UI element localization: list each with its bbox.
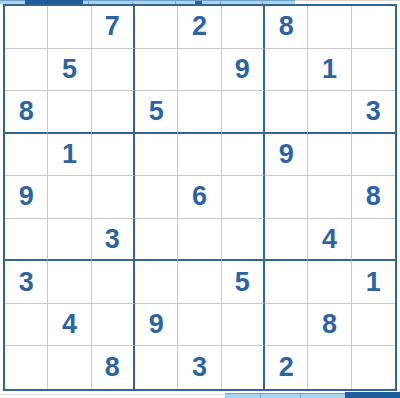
cell-r1c5[interactable]: 2 <box>178 6 221 49</box>
cell-r4c3[interactable] <box>92 134 135 177</box>
cell-r7c5[interactable] <box>178 261 221 304</box>
cell-r7c1[interactable]: 3 <box>5 261 48 304</box>
cell-r5c8[interactable] <box>308 176 351 219</box>
cell-r6c7[interactable] <box>265 219 308 262</box>
cell-r8c6[interactable] <box>222 304 265 347</box>
cell-r1c2[interactable] <box>48 6 91 49</box>
cell-r2c3[interactable] <box>92 49 135 92</box>
cell-r3c3[interactable] <box>92 91 135 134</box>
bottom-toolbar-separator <box>300 393 301 398</box>
cell-r6c5[interactable] <box>178 219 221 262</box>
cell-r1c1[interactable] <box>5 6 48 49</box>
cell-r7c3[interactable] <box>92 261 135 304</box>
cell-r4c1[interactable] <box>5 134 48 177</box>
cell-r2c2[interactable]: 5 <box>48 49 91 92</box>
cell-r4c5[interactable] <box>178 134 221 177</box>
cell-r6c8[interactable]: 4 <box>308 219 351 262</box>
bottom-toolbar-light-segment <box>225 393 345 398</box>
cell-r7c8[interactable] <box>308 261 351 304</box>
cell-r3c4[interactable]: 5 <box>135 91 178 134</box>
cell-r5c1[interactable]: 9 <box>5 176 48 219</box>
cell-r7c6[interactable]: 5 <box>222 261 265 304</box>
cell-r6c1[interactable] <box>5 219 48 262</box>
cell-r9c1[interactable] <box>5 346 48 389</box>
cell-r9c2[interactable] <box>48 346 91 389</box>
cell-r2c8[interactable]: 1 <box>308 49 351 92</box>
bottom-toolbar-separator <box>260 393 261 398</box>
cell-r9c3[interactable]: 8 <box>92 346 135 389</box>
cell-r1c3[interactable]: 7 <box>92 6 135 49</box>
cell-r2c7[interactable] <box>265 49 308 92</box>
cell-r8c7[interactable] <box>265 304 308 347</box>
bottom-edge-hairline <box>0 394 225 395</box>
cell-r7c2[interactable] <box>48 261 91 304</box>
cell-r8c2[interactable]: 4 <box>48 304 91 347</box>
bottom-toolbar-active-segment <box>345 392 400 398</box>
cell-r2c5[interactable] <box>178 49 221 92</box>
cell-r5c2[interactable] <box>48 176 91 219</box>
cell-r9c6[interactable] <box>222 346 265 389</box>
cell-r6c9[interactable] <box>352 219 395 262</box>
cell-r8c1[interactable] <box>5 304 48 347</box>
cell-r9c8[interactable] <box>308 346 351 389</box>
cell-r5c6[interactable] <box>222 176 265 219</box>
cell-r4c9[interactable] <box>352 134 395 177</box>
cell-r9c9[interactable] <box>352 346 395 389</box>
cell-r9c5[interactable]: 3 <box>178 346 221 389</box>
cell-r3c7[interactable] <box>265 91 308 134</box>
cell-r8c9[interactable] <box>352 304 395 347</box>
cell-r1c8[interactable] <box>308 6 351 49</box>
cell-r4c7[interactable]: 9 <box>265 134 308 177</box>
cell-r2c9[interactable] <box>352 49 395 92</box>
cell-r7c4[interactable] <box>135 261 178 304</box>
cell-r2c1[interactable] <box>5 49 48 92</box>
cell-r3c8[interactable] <box>308 91 351 134</box>
sudoku-screen: 7285918531996834351498832 <box>0 0 400 398</box>
cell-r5c7[interactable] <box>265 176 308 219</box>
cell-r5c5[interactable]: 6 <box>178 176 221 219</box>
top-edge-hairline <box>295 0 400 1</box>
cell-r8c5[interactable] <box>178 304 221 347</box>
cell-r1c9[interactable] <box>352 6 395 49</box>
cell-r6c3[interactable]: 3 <box>92 219 135 262</box>
cell-r3c6[interactable] <box>222 91 265 134</box>
cell-r7c9[interactable]: 1 <box>352 261 395 304</box>
cell-r4c8[interactable] <box>308 134 351 177</box>
cell-r3c5[interactable] <box>178 91 221 134</box>
cell-r1c6[interactable] <box>222 6 265 49</box>
cell-r3c9[interactable]: 3 <box>352 91 395 134</box>
cell-r7c7[interactable] <box>265 261 308 304</box>
cell-r9c7[interactable]: 2 <box>265 346 308 389</box>
cell-r1c4[interactable] <box>135 6 178 49</box>
cell-r5c3[interactable] <box>92 176 135 219</box>
cell-r2c6[interactable]: 9 <box>222 49 265 92</box>
cell-r8c4[interactable]: 9 <box>135 304 178 347</box>
cell-r3c1[interactable]: 8 <box>5 91 48 134</box>
bottom-partial-toolbar <box>0 392 400 398</box>
cell-r6c2[interactable] <box>48 219 91 262</box>
cell-r9c4[interactable] <box>135 346 178 389</box>
cell-r4c2[interactable]: 1 <box>48 134 91 177</box>
cell-r4c4[interactable] <box>135 134 178 177</box>
cell-r8c8[interactable]: 8 <box>308 304 351 347</box>
cell-r6c6[interactable] <box>222 219 265 262</box>
cell-r6c4[interactable] <box>135 219 178 262</box>
cell-r5c4[interactable] <box>135 176 178 219</box>
cell-r8c3[interactable] <box>92 304 135 347</box>
cell-r3c2[interactable] <box>48 91 91 134</box>
cell-r4c6[interactable] <box>222 134 265 177</box>
cell-r1c7[interactable]: 8 <box>265 6 308 49</box>
cell-r5c9[interactable]: 8 <box>352 176 395 219</box>
cell-r2c4[interactable] <box>135 49 178 92</box>
sudoku-board: 7285918531996834351498832 <box>3 4 397 391</box>
